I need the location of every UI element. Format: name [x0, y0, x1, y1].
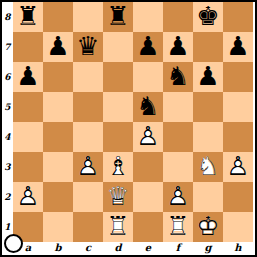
square-a3[interactable]: [13, 152, 43, 182]
square-g2[interactable]: [193, 182, 223, 212]
piece-black-pawn: ♟: [223, 32, 253, 62]
square-a6[interactable]: ♟: [13, 62, 43, 92]
file-label-f: f: [163, 242, 193, 255]
square-f1[interactable]: ♜♖: [163, 212, 193, 242]
piece-white-rook: ♜♖: [103, 212, 133, 242]
square-c4[interactable]: [73, 122, 103, 152]
square-g3[interactable]: ♞♘: [193, 152, 223, 182]
piece-black-pawn: ♟: [163, 32, 193, 62]
square-b6[interactable]: [43, 62, 73, 92]
square-h7[interactable]: ♟: [223, 32, 253, 62]
square-g7[interactable]: [193, 32, 223, 62]
piece-black-pawn: ♟: [133, 32, 163, 62]
file-label-g: g: [193, 242, 223, 255]
piece-white-pawn: ♟♙: [163, 182, 193, 212]
piece-white-bishop: ♝♗: [103, 152, 133, 182]
square-f3[interactable]: [163, 152, 193, 182]
square-h4[interactable]: [223, 122, 253, 152]
piece-white-knight: ♞♘: [193, 152, 223, 182]
square-c1[interactable]: [73, 212, 103, 242]
square-b2[interactable]: [43, 182, 73, 212]
square-g6[interactable]: ♟: [193, 62, 223, 92]
square-b8[interactable]: [43, 2, 73, 32]
square-a2[interactable]: ♟♙: [13, 182, 43, 212]
square-e6[interactable]: [133, 62, 163, 92]
file-labels: abcdefgh: [13, 242, 253, 255]
rank-label-7: 7: [2, 32, 13, 62]
square-g5[interactable]: [193, 92, 223, 122]
file-label-e: e: [133, 242, 163, 255]
piece-white-king: ♚♔: [193, 212, 223, 242]
square-c8[interactable]: [73, 2, 103, 32]
rank-label-2: 2: [2, 182, 13, 212]
square-d5[interactable]: [103, 92, 133, 122]
square-d2[interactable]: ♛♕: [103, 182, 133, 212]
square-d6[interactable]: [103, 62, 133, 92]
piece-white-pawn: ♟♙: [13, 182, 43, 212]
piece-white-pawn: ♟♙: [133, 122, 163, 152]
square-a7[interactable]: [13, 32, 43, 62]
piece-white-rook: ♜♖: [163, 212, 193, 242]
rank-labels: 87654321: [2, 2, 13, 242]
square-h3[interactable]: ♟♙: [223, 152, 253, 182]
square-h8[interactable]: [223, 2, 253, 32]
square-g8[interactable]: ♚: [193, 2, 223, 32]
chess-board: ♜♜♚♟♛♟♟♟♟♞♟♞♟♙♟♙♝♗♞♘♟♙♟♙♛♕♟♙♜♖♜♖♚♔: [13, 2, 253, 242]
white-to-move-indicator-icon: [4, 234, 23, 253]
square-a8[interactable]: ♜: [13, 2, 43, 32]
file-label-h: h: [223, 242, 253, 255]
piece-white-pawn: ♟♙: [223, 152, 253, 182]
piece-black-queen: ♛: [73, 32, 103, 62]
chess-diagram: 87654321 ♜♜♚♟♛♟♟♟♟♞♟♞♟♙♟♙♝♗♞♘♟♙♟♙♛♕♟♙♜♖♜…: [0, 0, 257, 257]
file-label-b: b: [43, 242, 73, 255]
square-c3[interactable]: ♟♙: [73, 152, 103, 182]
square-b1[interactable]: [43, 212, 73, 242]
square-c7[interactable]: ♛: [73, 32, 103, 62]
square-h2[interactable]: [223, 182, 253, 212]
square-e8[interactable]: [133, 2, 163, 32]
square-c6[interactable]: [73, 62, 103, 92]
piece-black-pawn: ♟: [193, 62, 223, 92]
piece-black-rook: ♜: [103, 2, 133, 32]
piece-black-knight: ♞: [163, 62, 193, 92]
square-b3[interactable]: [43, 152, 73, 182]
square-e1[interactable]: [133, 212, 163, 242]
square-a5[interactable]: [13, 92, 43, 122]
square-h6[interactable]: [223, 62, 253, 92]
rank-label-5: 5: [2, 92, 13, 122]
square-b4[interactable]: [43, 122, 73, 152]
square-f6[interactable]: ♞: [163, 62, 193, 92]
piece-black-pawn: ♟: [43, 32, 73, 62]
piece-black-pawn: ♟: [13, 62, 43, 92]
square-f5[interactable]: [163, 92, 193, 122]
square-b5[interactable]: [43, 92, 73, 122]
rank-label-4: 4: [2, 122, 13, 152]
square-b7[interactable]: ♟: [43, 32, 73, 62]
piece-white-queen: ♛♕: [103, 182, 133, 212]
file-label-d: d: [103, 242, 133, 255]
square-f2[interactable]: ♟♙: [163, 182, 193, 212]
square-d8[interactable]: ♜: [103, 2, 133, 32]
square-d4[interactable]: [103, 122, 133, 152]
piece-black-knight: ♞: [133, 92, 163, 122]
square-g4[interactable]: [193, 122, 223, 152]
square-a4[interactable]: [13, 122, 43, 152]
square-h5[interactable]: [223, 92, 253, 122]
square-e5[interactable]: ♞: [133, 92, 163, 122]
file-label-c: c: [73, 242, 103, 255]
square-c5[interactable]: [73, 92, 103, 122]
square-h1[interactable]: [223, 212, 253, 242]
square-e2[interactable]: [133, 182, 163, 212]
square-f8[interactable]: [163, 2, 193, 32]
rank-label-8: 8: [2, 2, 13, 32]
square-e7[interactable]: ♟: [133, 32, 163, 62]
square-c2[interactable]: [73, 182, 103, 212]
square-e3[interactable]: [133, 152, 163, 182]
piece-white-pawn: ♟♙: [73, 152, 103, 182]
rank-label-6: 6: [2, 62, 13, 92]
square-d7[interactable]: [103, 32, 133, 62]
square-f7[interactable]: ♟: [163, 32, 193, 62]
piece-black-king: ♚: [193, 2, 223, 32]
square-d3[interactable]: ♝♗: [103, 152, 133, 182]
square-d1[interactable]: ♜♖: [103, 212, 133, 242]
square-g1[interactable]: ♚♔: [193, 212, 223, 242]
square-e4[interactable]: ♟♙: [133, 122, 163, 152]
square-f4[interactable]: [163, 122, 193, 152]
rank-label-3: 3: [2, 152, 13, 182]
piece-black-rook: ♜: [13, 2, 43, 32]
